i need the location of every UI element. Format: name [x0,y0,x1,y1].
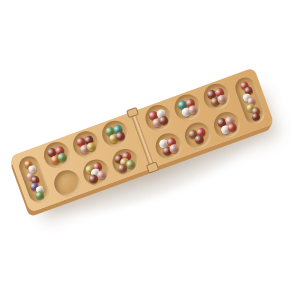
pit-far-2[interactable] [70,128,103,161]
pit-near-3[interactable] [109,145,142,178]
pit-near-6[interactable] [210,108,243,141]
pit-far-6[interactable] [200,80,233,113]
pit-near-4[interactable] [152,130,185,163]
pit-far-5[interactable] [171,91,204,124]
pit-far-1[interactable] [41,138,74,171]
hinge-top [126,107,139,118]
pit-far-4[interactable] [142,101,175,134]
product-photo-stage [0,0,300,300]
pit-near-2[interactable] [80,156,113,189]
pit-near-5[interactable] [181,119,214,152]
pit-far-3[interactable] [99,117,132,150]
pit-near-1[interactable] [51,166,84,199]
